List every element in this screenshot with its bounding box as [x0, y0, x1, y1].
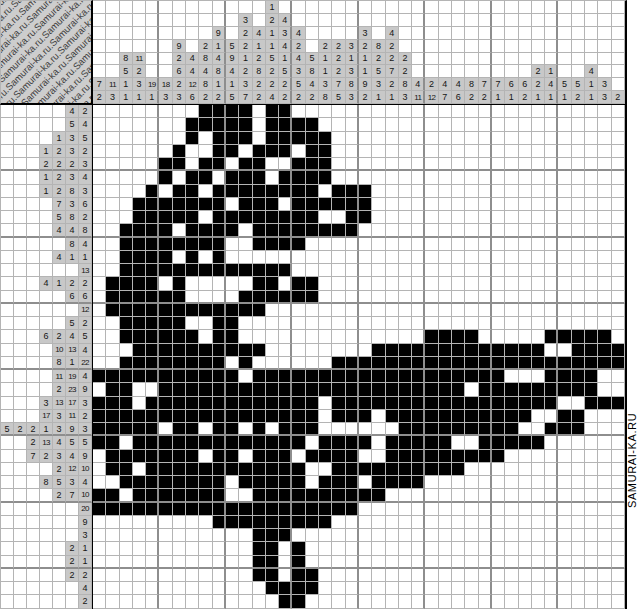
- grid-cell[interactable]: [319, 516, 332, 529]
- grid-cell[interactable]: [612, 224, 625, 237]
- grid-cell[interactable]: [199, 556, 212, 569]
- grid-cell[interactable]: [359, 224, 372, 237]
- grid-cell[interactable]: [519, 569, 532, 582]
- grid-cell[interactable]: [399, 317, 412, 330]
- grid-cell[interactable]: [332, 542, 345, 555]
- grid-cell[interactable]: [292, 251, 305, 264]
- grid-cell[interactable]: [558, 317, 571, 330]
- grid-cell[interactable]: [519, 516, 532, 529]
- grid-cell[interactable]: [505, 304, 518, 317]
- grid-cell[interactable]: [558, 304, 571, 317]
- grid-cell[interactable]: [372, 304, 385, 317]
- grid-cell[interactable]: [239, 595, 252, 608]
- grid-cell[interactable]: [133, 158, 146, 171]
- grid-cell[interactable]: [173, 556, 186, 569]
- grid-cell[interactable]: [425, 291, 438, 304]
- grid-cell[interactable]: [319, 105, 332, 118]
- grid-cell[interactable]: [253, 118, 266, 131]
- grid-cell[interactable]: [346, 370, 359, 383]
- grid-cell[interactable]: [253, 516, 266, 529]
- grid-cell[interactable]: [292, 158, 305, 171]
- grid-cell[interactable]: [133, 291, 146, 304]
- grid-cell[interactable]: [372, 556, 385, 569]
- grid-cell[interactable]: [319, 317, 332, 330]
- grid-cell[interactable]: [505, 344, 518, 357]
- grid-cell[interactable]: [372, 542, 385, 555]
- grid-cell[interactable]: [332, 397, 345, 410]
- grid-cell[interactable]: [226, 185, 239, 198]
- grid-cell[interactable]: [346, 105, 359, 118]
- grid-cell[interactable]: [585, 463, 598, 476]
- grid-cell[interactable]: [159, 383, 172, 396]
- grid-cell[interactable]: [492, 145, 505, 158]
- grid-cell[interactable]: [412, 476, 425, 489]
- grid-cell[interactable]: [505, 277, 518, 290]
- grid-cell[interactable]: [519, 450, 532, 463]
- grid-cell[interactable]: [439, 277, 452, 290]
- grid-cell[interactable]: [519, 423, 532, 436]
- grid-cell[interactable]: [479, 198, 492, 211]
- grid-cell[interactable]: [253, 489, 266, 502]
- grid-cell[interactable]: [346, 569, 359, 582]
- grid-cell[interactable]: [186, 198, 199, 211]
- grid-cell[interactable]: [532, 317, 545, 330]
- grid-cell[interactable]: [439, 450, 452, 463]
- grid-cell[interactable]: [186, 304, 199, 317]
- grid-cell[interactable]: [399, 476, 412, 489]
- grid-cell[interactable]: [253, 463, 266, 476]
- grid-cell[interactable]: [226, 503, 239, 516]
- grid-cell[interactable]: [253, 344, 266, 357]
- grid-cell[interactable]: [598, 489, 611, 502]
- grid-cell[interactable]: [558, 357, 571, 370]
- grid-cell[interactable]: [93, 238, 106, 251]
- grid-cell[interactable]: [306, 529, 319, 542]
- grid-cell[interactable]: [558, 582, 571, 595]
- grid-cell[interactable]: [612, 556, 625, 569]
- grid-cell[interactable]: [412, 450, 425, 463]
- grid-cell[interactable]: [519, 330, 532, 343]
- grid-cell[interactable]: [133, 476, 146, 489]
- grid-cell[interactable]: [346, 185, 359, 198]
- grid-cell[interactable]: [465, 542, 478, 555]
- grid-cell[interactable]: [106, 171, 119, 184]
- grid-cell[interactable]: [133, 211, 146, 224]
- grid-cell[interactable]: [213, 118, 226, 131]
- grid-cell[interactable]: [292, 489, 305, 502]
- grid-cell[interactable]: [532, 410, 545, 423]
- grid-cell[interactable]: [479, 516, 492, 529]
- grid-cell[interactable]: [173, 277, 186, 290]
- grid-cell[interactable]: [452, 118, 465, 131]
- grid-cell[interactable]: [226, 556, 239, 569]
- grid-cell[interactable]: [292, 516, 305, 529]
- grid-cell[interactable]: [346, 211, 359, 224]
- grid-cell[interactable]: [386, 317, 399, 330]
- grid-cell[interactable]: [306, 198, 319, 211]
- grid-cell[interactable]: [133, 410, 146, 423]
- grid-cell[interactable]: [226, 569, 239, 582]
- grid-cell[interactable]: [93, 344, 106, 357]
- grid-cell[interactable]: [253, 238, 266, 251]
- grid-cell[interactable]: [93, 397, 106, 410]
- grid-cell[interactable]: [106, 370, 119, 383]
- grid-cell[interactable]: [146, 423, 159, 436]
- grid-cell[interactable]: [213, 277, 226, 290]
- grid-cell[interactable]: [199, 489, 212, 502]
- grid-cell[interactable]: [266, 463, 279, 476]
- grid-cell[interactable]: [173, 171, 186, 184]
- grid-cell[interactable]: [319, 503, 332, 516]
- grid-cell[interactable]: [332, 516, 345, 529]
- grid-cell[interactable]: [266, 224, 279, 237]
- grid-cell[interactable]: [386, 185, 399, 198]
- grid-cell[interactable]: [120, 158, 133, 171]
- grid-cell[interactable]: [239, 357, 252, 370]
- grid-cell[interactable]: [159, 198, 172, 211]
- grid-cell[interactable]: [186, 569, 199, 582]
- grid-cell[interactable]: [372, 516, 385, 529]
- grid-cell[interactable]: [558, 476, 571, 489]
- grid-cell[interactable]: [120, 118, 133, 131]
- grid-cell[interactable]: [519, 264, 532, 277]
- grid-cell[interactable]: [452, 357, 465, 370]
- grid-cell[interactable]: [572, 291, 585, 304]
- grid-cell[interactable]: [439, 317, 452, 330]
- grid-cell[interactable]: [120, 370, 133, 383]
- grid-cell[interactable]: [213, 436, 226, 449]
- grid-cell[interactable]: [266, 132, 279, 145]
- grid-cell[interactable]: [532, 344, 545, 357]
- grid-cell[interactable]: [279, 198, 292, 211]
- grid-cell[interactable]: [425, 105, 438, 118]
- grid-cell[interactable]: [226, 595, 239, 608]
- grid-cell[interactable]: [226, 238, 239, 251]
- grid-cell[interactable]: [159, 264, 172, 277]
- grid-cell[interactable]: [505, 450, 518, 463]
- grid-cell[interactable]: [253, 264, 266, 277]
- grid-cell[interactable]: [213, 145, 226, 158]
- grid-cell[interactable]: [106, 105, 119, 118]
- grid-cell[interactable]: [532, 569, 545, 582]
- grid-cell[interactable]: [226, 516, 239, 529]
- grid-cell[interactable]: [492, 503, 505, 516]
- grid-cell[interactable]: [598, 569, 611, 582]
- grid-cell[interactable]: [213, 251, 226, 264]
- grid-cell[interactable]: [266, 344, 279, 357]
- grid-cell[interactable]: [452, 370, 465, 383]
- grid-cell[interactable]: [346, 304, 359, 317]
- grid-cell[interactable]: [199, 211, 212, 224]
- grid-cell[interactable]: [292, 224, 305, 237]
- grid-cell[interactable]: [133, 450, 146, 463]
- grid-cell[interactable]: [505, 251, 518, 264]
- grid-cell[interactable]: [558, 423, 571, 436]
- grid-cell[interactable]: [412, 529, 425, 542]
- grid-cell[interactable]: [106, 224, 119, 237]
- grid-cell[interactable]: [106, 118, 119, 131]
- grid-cell[interactable]: [452, 171, 465, 184]
- grid-cell[interactable]: [279, 264, 292, 277]
- grid-cell[interactable]: [399, 582, 412, 595]
- grid-cell[interactable]: [253, 436, 266, 449]
- grid-cell[interactable]: [306, 423, 319, 436]
- grid-cell[interactable]: [359, 105, 372, 118]
- grid-cell[interactable]: [572, 251, 585, 264]
- grid-cell[interactable]: [120, 423, 133, 436]
- grid-cell[interactable]: [146, 569, 159, 582]
- grid-cell[interactable]: [545, 291, 558, 304]
- grid-cell[interactable]: [372, 105, 385, 118]
- grid-cell[interactable]: [479, 450, 492, 463]
- grid-cell[interactable]: [292, 582, 305, 595]
- grid-cell[interactable]: [279, 171, 292, 184]
- grid-cell[interactable]: [306, 264, 319, 277]
- grid-cell[interactable]: [120, 450, 133, 463]
- grid-cell[interactable]: [505, 489, 518, 502]
- grid-cell[interactable]: [532, 463, 545, 476]
- grid-cell[interactable]: [266, 450, 279, 463]
- grid-cell[interactable]: [159, 370, 172, 383]
- grid-cell[interactable]: [173, 370, 186, 383]
- grid-cell[interactable]: [279, 397, 292, 410]
- grid-cell[interactable]: [372, 198, 385, 211]
- grid-cell[interactable]: [572, 264, 585, 277]
- grid-cell[interactable]: [279, 542, 292, 555]
- grid-cell[interactable]: [386, 516, 399, 529]
- grid-cell[interactable]: [346, 198, 359, 211]
- grid-cell[interactable]: [120, 397, 133, 410]
- grid-cell[interactable]: [226, 132, 239, 145]
- grid-cell[interactable]: [226, 304, 239, 317]
- grid-cell[interactable]: [465, 251, 478, 264]
- grid-cell[interactable]: [319, 118, 332, 131]
- grid-cell[interactable]: [598, 476, 611, 489]
- grid-cell[interactable]: [386, 158, 399, 171]
- grid-cell[interactable]: [452, 132, 465, 145]
- grid-cell[interactable]: [346, 251, 359, 264]
- grid-cell[interactable]: [492, 529, 505, 542]
- grid-cell[interactable]: [306, 105, 319, 118]
- grid-cell[interactable]: [505, 516, 518, 529]
- grid-cell[interactable]: [386, 569, 399, 582]
- grid-cell[interactable]: [532, 105, 545, 118]
- grid-cell[interactable]: [545, 503, 558, 516]
- grid-cell[interactable]: [133, 463, 146, 476]
- grid-cell[interactable]: [253, 503, 266, 516]
- grid-cell[interactable]: [386, 277, 399, 290]
- grid-cell[interactable]: [505, 463, 518, 476]
- grid-cell[interactable]: [439, 489, 452, 502]
- grid-cell[interactable]: [612, 529, 625, 542]
- grid-cell[interactable]: [146, 516, 159, 529]
- grid-cell[interactable]: [186, 423, 199, 436]
- grid-cell[interactable]: [346, 529, 359, 542]
- grid-cell[interactable]: [479, 171, 492, 184]
- grid-cell[interactable]: [186, 529, 199, 542]
- grid-cell[interactable]: [558, 145, 571, 158]
- grid-cell[interactable]: [106, 344, 119, 357]
- grid-cell[interactable]: [479, 145, 492, 158]
- grid-cell[interactable]: [199, 383, 212, 396]
- grid-cell[interactable]: [346, 542, 359, 555]
- grid-cell[interactable]: [372, 450, 385, 463]
- grid-cell[interactable]: [479, 436, 492, 449]
- grid-cell[interactable]: [372, 251, 385, 264]
- grid-cell[interactable]: [239, 211, 252, 224]
- grid-cell[interactable]: [532, 277, 545, 290]
- grid-cell[interactable]: [239, 132, 252, 145]
- grid-cell[interactable]: [199, 238, 212, 251]
- grid-cell[interactable]: [372, 291, 385, 304]
- grid-cell[interactable]: [213, 370, 226, 383]
- grid-cell[interactable]: [505, 185, 518, 198]
- grid-cell[interactable]: [239, 277, 252, 290]
- grid-cell[interactable]: [93, 410, 106, 423]
- grid-cell[interactable]: [452, 158, 465, 171]
- grid-cell[interactable]: [519, 436, 532, 449]
- grid-cell[interactable]: [306, 556, 319, 569]
- grid-cell[interactable]: [159, 291, 172, 304]
- grid-cell[interactable]: [479, 105, 492, 118]
- grid-cell[interactable]: [133, 224, 146, 237]
- grid-cell[interactable]: [120, 357, 133, 370]
- grid-cell[interactable]: [146, 304, 159, 317]
- grid-cell[interactable]: [386, 370, 399, 383]
- grid-cell[interactable]: [612, 489, 625, 502]
- grid-cell[interactable]: [146, 489, 159, 502]
- grid-cell[interactable]: [372, 158, 385, 171]
- grid-cell[interactable]: [532, 529, 545, 542]
- grid-cell[interactable]: [146, 436, 159, 449]
- grid-cell[interactable]: [159, 503, 172, 516]
- grid-cell[interactable]: [519, 224, 532, 237]
- grid-cell[interactable]: [585, 304, 598, 317]
- grid-cell[interactable]: [519, 582, 532, 595]
- grid-cell[interactable]: [292, 476, 305, 489]
- grid-cell[interactable]: [159, 397, 172, 410]
- grid-cell[interactable]: [372, 370, 385, 383]
- grid-cell[interactable]: [598, 595, 611, 608]
- grid-cell[interactable]: [120, 516, 133, 529]
- grid-cell[interactable]: [585, 198, 598, 211]
- grid-cell[interactable]: [306, 238, 319, 251]
- grid-cell[interactable]: [545, 450, 558, 463]
- grid-cell[interactable]: [558, 489, 571, 502]
- grid-cell[interactable]: [106, 330, 119, 343]
- grid-cell[interactable]: [598, 158, 611, 171]
- grid-cell[interactable]: [519, 410, 532, 423]
- grid-cell[interactable]: [186, 277, 199, 290]
- grid-cell[interactable]: [412, 383, 425, 396]
- grid-cell[interactable]: [585, 118, 598, 131]
- grid-cell[interactable]: [332, 171, 345, 184]
- grid-cell[interactable]: [572, 569, 585, 582]
- grid-cell[interactable]: [452, 503, 465, 516]
- grid-cell[interactable]: [93, 185, 106, 198]
- grid-cell[interactable]: [319, 357, 332, 370]
- grid-cell[interactable]: [598, 105, 611, 118]
- grid-cell[interactable]: [266, 330, 279, 343]
- grid-cell[interactable]: [359, 158, 372, 171]
- grid-cell[interactable]: [133, 317, 146, 330]
- grid-cell[interactable]: [319, 542, 332, 555]
- grid-cell[interactable]: [465, 105, 478, 118]
- grid-cell[interactable]: [319, 450, 332, 463]
- grid-cell[interactable]: [598, 450, 611, 463]
- grid-cell[interactable]: [465, 357, 478, 370]
- grid-cell[interactable]: [213, 317, 226, 330]
- grid-cell[interactable]: [253, 370, 266, 383]
- grid-cell[interactable]: [332, 158, 345, 171]
- grid-cell[interactable]: [505, 317, 518, 330]
- grid-cell[interactable]: [346, 503, 359, 516]
- grid-cell[interactable]: [386, 397, 399, 410]
- grid-cell[interactable]: [399, 569, 412, 582]
- grid-cell[interactable]: [120, 383, 133, 396]
- grid-cell[interactable]: [439, 423, 452, 436]
- grid-cell[interactable]: [319, 489, 332, 502]
- grid-cell[interactable]: [492, 304, 505, 317]
- grid-cell[interactable]: [572, 556, 585, 569]
- grid-cell[interactable]: [226, 582, 239, 595]
- grid-cell[interactable]: [279, 118, 292, 131]
- grid-cell[interactable]: [199, 224, 212, 237]
- grid-cell[interactable]: [226, 542, 239, 555]
- grid-cell[interactable]: [452, 436, 465, 449]
- grid-cell[interactable]: [585, 185, 598, 198]
- grid-cell[interactable]: [239, 304, 252, 317]
- grid-cell[interactable]: [505, 582, 518, 595]
- grid-cell[interactable]: [253, 185, 266, 198]
- grid-cell[interactable]: [425, 277, 438, 290]
- grid-cell[interactable]: [598, 185, 611, 198]
- grid-cell[interactable]: [199, 370, 212, 383]
- grid-cell[interactable]: [93, 595, 106, 608]
- grid-cell[interactable]: [226, 224, 239, 237]
- grid-cell[interactable]: [465, 450, 478, 463]
- grid-cell[interactable]: [492, 330, 505, 343]
- grid-cell[interactable]: [545, 277, 558, 290]
- grid-cell[interactable]: [545, 344, 558, 357]
- grid-cell[interactable]: [412, 238, 425, 251]
- grid-cell[interactable]: [279, 277, 292, 290]
- grid-cell[interactable]: [292, 556, 305, 569]
- grid-cell[interactable]: [545, 595, 558, 608]
- grid-cell[interactable]: [332, 344, 345, 357]
- grid-cell[interactable]: [572, 198, 585, 211]
- grid-cell[interactable]: [439, 105, 452, 118]
- grid-cell[interactable]: [253, 171, 266, 184]
- grid-cell[interactable]: [133, 185, 146, 198]
- grid-cell[interactable]: [479, 118, 492, 131]
- grid-cell[interactable]: [479, 529, 492, 542]
- grid-cell[interactable]: [585, 238, 598, 251]
- grid-cell[interactable]: [452, 595, 465, 608]
- grid-cell[interactable]: [266, 304, 279, 317]
- grid-cell[interactable]: [199, 436, 212, 449]
- grid-cell[interactable]: [332, 410, 345, 423]
- grid-cell[interactable]: [106, 542, 119, 555]
- grid-cell[interactable]: [572, 503, 585, 516]
- grid-cell[interactable]: [612, 304, 625, 317]
- grid-cell[interactable]: [199, 118, 212, 131]
- grid-cell[interactable]: [372, 529, 385, 542]
- grid-cell[interactable]: [106, 436, 119, 449]
- grid-cell[interactable]: [585, 582, 598, 595]
- grid-cell[interactable]: [186, 595, 199, 608]
- grid-cell[interactable]: [519, 198, 532, 211]
